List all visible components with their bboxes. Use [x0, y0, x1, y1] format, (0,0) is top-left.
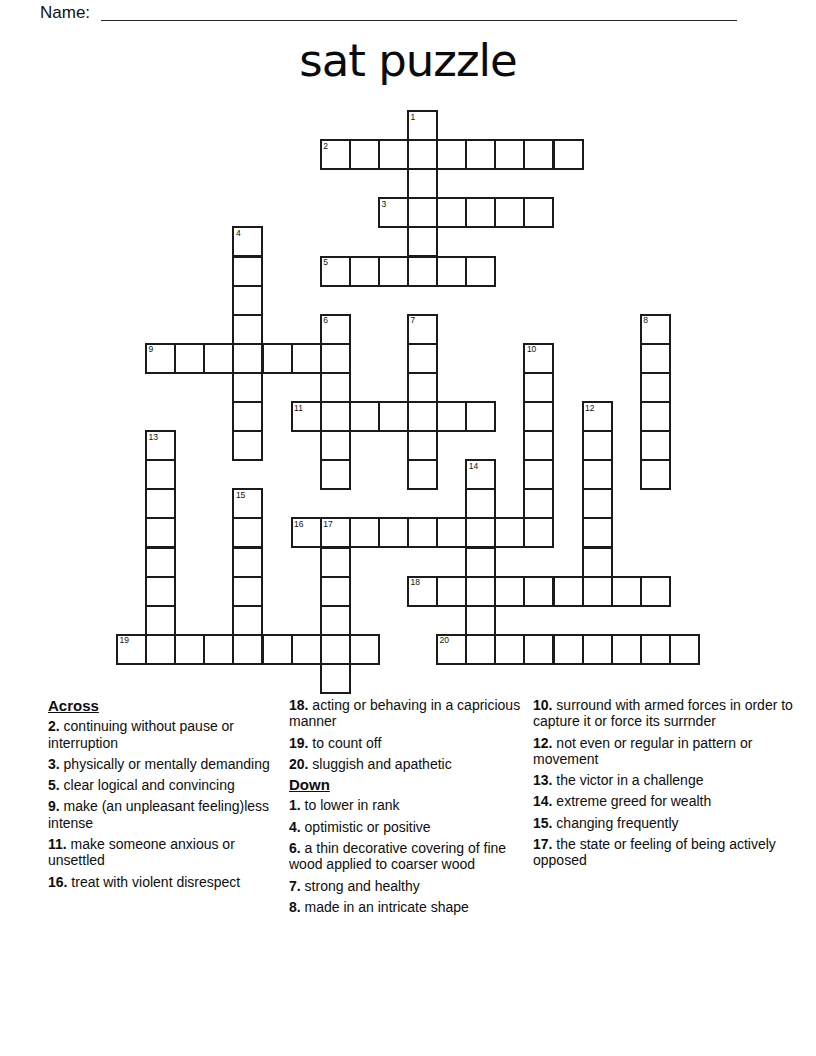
grid-cell[interactable]: [465, 488, 496, 519]
grid-cell[interactable]: [232, 314, 263, 345]
clue-item-5: 5. clear logical and convincing: [48, 777, 270, 793]
grid-cell[interactable]: [407, 430, 438, 461]
grid-cell[interactable]: [145, 517, 176, 548]
clue-number: 18.: [289, 697, 308, 713]
clue-text: physically or mentally demanding: [60, 756, 270, 772]
grid-cell[interactable]: [582, 576, 613, 607]
grid-cell[interactable]: 15: [232, 488, 263, 519]
grid-cell[interactable]: [523, 139, 554, 170]
grid-cell[interactable]: 18: [407, 576, 438, 607]
grid-cell[interactable]: [640, 459, 671, 490]
clue-item-16: 16. treat with violent disrespect: [48, 874, 270, 890]
clue-item-11: 11. make someone anxious or unsettled: [48, 836, 270, 869]
name-row: Name:: [0, 0, 816, 26]
clue-text: make (an unpleasant feeling)less intense: [48, 798, 269, 830]
grid-cell[interactable]: [582, 488, 613, 519]
cell-number: 1: [411, 113, 416, 122]
clue-number: 8.: [289, 899, 301, 915]
clue-number: 12.: [533, 735, 552, 751]
grid-cell[interactable]: [232, 576, 263, 607]
clue-number: 11.: [48, 836, 67, 852]
grid-cell[interactable]: [349, 256, 380, 287]
clue-item-10: 10. surround with armed forces in order …: [533, 697, 796, 730]
grid-cell[interactable]: 9: [145, 343, 176, 374]
cell-number: 6: [323, 316, 328, 325]
grid-cell[interactable]: [669, 634, 700, 665]
grid-cell[interactable]: [407, 168, 438, 199]
page-title: sat puzzle: [0, 34, 816, 87]
grid-cell[interactable]: [640, 372, 671, 403]
cell-number: 17: [323, 520, 332, 529]
grid-cell[interactable]: [523, 488, 554, 519]
clue-text: make someone anxious or unsettled: [48, 836, 235, 868]
grid-cell[interactable]: [436, 576, 467, 607]
clue-item-2: 2. continuing without pause or interrupt…: [48, 718, 270, 751]
grid-cell[interactable]: [553, 576, 584, 607]
grid-cell[interactable]: [494, 197, 525, 228]
clue-text: a thin decorative covering of fine wood …: [289, 840, 506, 872]
cell-number: 19: [120, 636, 129, 645]
clue-item-4: 4. optimistic or positive: [289, 819, 529, 835]
grid-cell[interactable]: [232, 372, 263, 403]
grid-cell[interactable]: [640, 634, 671, 665]
grid-cell[interactable]: [145, 634, 176, 665]
cell-number: 20: [440, 636, 449, 645]
clue-item-8: 8. made in an intricate shape: [289, 899, 529, 915]
grid-cell[interactable]: [145, 576, 176, 607]
grid-cell[interactable]: 6: [320, 314, 351, 345]
grid-cell[interactable]: [494, 634, 525, 665]
clue-text: to count off: [308, 735, 381, 751]
grid-cell[interactable]: [553, 139, 584, 170]
grid-cell[interactable]: [436, 517, 467, 548]
grid-cell[interactable]: [232, 401, 263, 432]
grid-cell[interactable]: 4: [232, 226, 263, 257]
grid-cell[interactable]: [553, 634, 584, 665]
grid-cell[interactable]: [232, 517, 263, 548]
grid-cell[interactable]: [203, 634, 234, 665]
grid-cell[interactable]: [174, 634, 205, 665]
grid-cell[interactable]: [378, 401, 409, 432]
grid-cell[interactable]: [232, 256, 263, 287]
clue-number: 17.: [533, 836, 552, 852]
grid-cell[interactable]: [465, 139, 496, 170]
grid-cell[interactable]: [582, 547, 613, 578]
grid-cell[interactable]: [465, 576, 496, 607]
clue-number: 5.: [48, 777, 60, 793]
clue-item-6: 6. a thin decorative covering of fine wo…: [289, 840, 529, 873]
clue-column-2: 18. acting or behaving in a capricious m…: [289, 697, 529, 920]
clue-text: the state or feeling of being actively o…: [533, 836, 776, 868]
name-label: Name:: [40, 3, 90, 23]
grid-cell[interactable]: [523, 197, 554, 228]
clue-item-15: 15. changing frequently: [533, 815, 796, 831]
grid-cell[interactable]: 19: [116, 634, 147, 665]
grid-cell[interactable]: [582, 430, 613, 461]
grid-cell[interactable]: [320, 576, 351, 607]
cell-number: 2: [323, 142, 328, 151]
grid-cell[interactable]: [407, 517, 438, 548]
grid-cell[interactable]: [611, 634, 642, 665]
grid-cell[interactable]: 17: [320, 517, 351, 548]
clue-number: 6.: [289, 840, 301, 856]
grid-cell[interactable]: [407, 226, 438, 257]
grid-cell[interactable]: [320, 372, 351, 403]
grid-cell[interactable]: [232, 343, 263, 374]
clue-item-20: 20. sluggish and apathetic: [289, 756, 529, 772]
grid-cell[interactable]: [320, 547, 351, 578]
clue-text: changing frequently: [552, 815, 678, 831]
clues-heading-down: Down: [289, 777, 529, 793]
crossword-grid: 1234567891011121314151617181920: [116, 110, 702, 696]
grid-cell[interactable]: [465, 517, 496, 548]
clues-heading-across: Across: [48, 698, 270, 714]
grid-cell[interactable]: 5: [320, 256, 351, 287]
grid-cell[interactable]: [523, 634, 554, 665]
grid-cell[interactable]: [494, 517, 525, 548]
grid-cell[interactable]: [640, 401, 671, 432]
grid-cell[interactable]: 8: [640, 314, 671, 345]
grid-cell[interactable]: [291, 634, 322, 665]
clue-text: to lower in rank: [301, 797, 400, 813]
cell-number: 9: [149, 345, 154, 354]
grid-cell[interactable]: 14: [465, 459, 496, 490]
grid-cell[interactable]: [582, 459, 613, 490]
cell-number: 18: [411, 578, 420, 587]
name-blank-line[interactable]: [101, 1, 737, 21]
clue-item-3: 3. physically or mentally demanding: [48, 756, 270, 772]
grid-cell[interactable]: [291, 343, 322, 374]
grid-cell[interactable]: [407, 372, 438, 403]
grid-cell[interactable]: [640, 430, 671, 461]
grid-cell[interactable]: [407, 139, 438, 170]
clue-column-3: 10. surround with armed forces in order …: [533, 697, 796, 874]
clue-number: 13.: [533, 772, 552, 788]
clue-item-12: 12. not even or regular in pattern or mo…: [533, 735, 796, 768]
grid-cell[interactable]: 20: [436, 634, 467, 665]
clue-number: 1.: [289, 797, 301, 813]
grid-cell[interactable]: [145, 547, 176, 578]
clue-item-7: 7. strong and healthy: [289, 878, 529, 894]
clue-number: 7.: [289, 878, 301, 894]
cell-number: 13: [149, 433, 158, 442]
clue-text: surround with armed forces in order to c…: [533, 697, 793, 729]
grid-cell[interactable]: [320, 634, 351, 665]
grid-cell[interactable]: [232, 285, 263, 316]
clue-column-1: Across2. continuing without pause or int…: [48, 697, 270, 895]
clue-text: clear logical and convincing: [60, 777, 235, 793]
grid-cell[interactable]: [436, 256, 467, 287]
grid-cell[interactable]: [320, 459, 351, 490]
cell-number: 7: [411, 316, 416, 325]
clue-text: optimistic or positive: [301, 819, 431, 835]
grid-cell[interactable]: [436, 401, 467, 432]
grid-cell[interactable]: [465, 197, 496, 228]
grid-cell[interactable]: [349, 401, 380, 432]
grid-cell[interactable]: 16: [291, 517, 322, 548]
cell-number: 11: [294, 404, 303, 413]
clue-text: strong and healthy: [301, 878, 420, 894]
grid-cell[interactable]: [523, 401, 554, 432]
grid-cell[interactable]: 7: [407, 314, 438, 345]
cell-number: 8: [643, 316, 648, 325]
grid-cell[interactable]: [349, 517, 380, 548]
grid-cell[interactable]: [232, 547, 263, 578]
cell-number: 12: [585, 404, 594, 413]
clue-text: sluggish and apathetic: [308, 756, 451, 772]
grid-cell[interactable]: 12: [582, 401, 613, 432]
grid-cell[interactable]: [465, 401, 496, 432]
grid-cell[interactable]: [232, 605, 263, 636]
worksheet-page: Name: sat puzzle 12345678910111213141516…: [0, 0, 816, 1056]
grid-cell[interactable]: [465, 634, 496, 665]
clue-item-19: 19. to count off: [289, 735, 529, 751]
clue-text: treat with violent disrespect: [67, 874, 240, 890]
grid-cell[interactable]: [523, 576, 554, 607]
grid-cell[interactable]: 13: [145, 430, 176, 461]
grid-cell[interactable]: [523, 517, 554, 548]
grid-cell[interactable]: 1: [407, 110, 438, 141]
clue-text: extreme greed for wealth: [552, 793, 711, 809]
grid-cell[interactable]: [436, 197, 467, 228]
clue-number: 16.: [48, 874, 67, 890]
grid-cell[interactable]: [407, 197, 438, 228]
grid-cell[interactable]: [640, 343, 671, 374]
grid-cell[interactable]: [494, 139, 525, 170]
grid-cell[interactable]: [320, 343, 351, 374]
grid-cell[interactable]: 3: [378, 197, 409, 228]
clue-text: continuing without pause or interruption: [48, 718, 234, 750]
grid-cell[interactable]: [523, 459, 554, 490]
clue-text: made in an intricate shape: [301, 899, 469, 915]
grid-cell[interactable]: [349, 634, 380, 665]
grid-cell[interactable]: [407, 343, 438, 374]
grid-cell[interactable]: [523, 430, 554, 461]
clue-number: 3.: [48, 756, 60, 772]
grid-cell[interactable]: [262, 343, 293, 374]
cell-number: 16: [294, 520, 303, 529]
grid-cell[interactable]: [407, 256, 438, 287]
clue-text: the victor in a challenge: [552, 772, 703, 788]
grid-cell[interactable]: [378, 256, 409, 287]
clue-item-18: 18. acting or behaving in a capricious m…: [289, 697, 529, 730]
grid-cell[interactable]: [611, 576, 642, 607]
grid-cell[interactable]: [232, 430, 263, 461]
grid-cell[interactable]: [320, 430, 351, 461]
clue-number: 9.: [48, 798, 60, 814]
clue-number: 10.: [533, 697, 552, 713]
cell-number: 14: [469, 462, 478, 471]
cell-number: 10: [527, 345, 536, 354]
grid-cell[interactable]: [407, 459, 438, 490]
clue-item-9: 9. make (an unpleasant feeling)less inte…: [48, 798, 270, 831]
grid-cell[interactable]: [145, 605, 176, 636]
grid-cell[interactable]: [232, 634, 263, 665]
cell-number: 4: [236, 229, 241, 238]
grid-cell[interactable]: [582, 634, 613, 665]
grid-cell[interactable]: [378, 517, 409, 548]
grid-cell[interactable]: [465, 547, 496, 578]
clue-number: 4.: [289, 819, 301, 835]
grid-cell[interactable]: [465, 256, 496, 287]
grid-cell[interactable]: [378, 139, 409, 170]
grid-cell[interactable]: 10: [523, 343, 554, 374]
grid-cell[interactable]: [582, 517, 613, 548]
grid-cell[interactable]: [523, 372, 554, 403]
clue-item-17: 17. the state or feeling of being active…: [533, 836, 796, 869]
clue-text: acting or behaving in a capricious manne…: [289, 697, 520, 729]
grid-cell[interactable]: [640, 576, 671, 607]
clue-number: 14.: [533, 793, 552, 809]
clue-item-14: 14. extreme greed for wealth: [533, 793, 796, 809]
clue-number: 19.: [289, 735, 308, 751]
clue-text: not even or regular in pattern or moveme…: [533, 735, 752, 767]
grid-cell[interactable]: [320, 401, 351, 432]
grid-cell[interactable]: [145, 488, 176, 519]
grid-cell[interactable]: [465, 605, 496, 636]
cell-number: 15: [236, 491, 245, 500]
grid-cell[interactable]: [320, 663, 351, 694]
clue-number: 20.: [289, 756, 308, 772]
clue-number: 15.: [533, 815, 552, 831]
clue-item-13: 13. the victor in a challenge: [533, 772, 796, 788]
grid-cell[interactable]: [320, 605, 351, 636]
grid-cell[interactable]: [262, 634, 293, 665]
grid-cell[interactable]: [494, 576, 525, 607]
grid-cell[interactable]: 11: [291, 401, 322, 432]
grid-cell[interactable]: [145, 459, 176, 490]
clue-number: 2.: [48, 718, 60, 734]
grid-cell[interactable]: [174, 343, 205, 374]
grid-cell[interactable]: 2: [320, 139, 351, 170]
cell-number: 5: [323, 258, 328, 267]
grid-cell[interactable]: [436, 139, 467, 170]
grid-cell[interactable]: [349, 139, 380, 170]
grid-cell[interactable]: [407, 401, 438, 432]
clue-item-1: 1. to lower in rank: [289, 797, 529, 813]
grid-cell[interactable]: [203, 343, 234, 374]
cell-number: 3: [381, 200, 386, 209]
